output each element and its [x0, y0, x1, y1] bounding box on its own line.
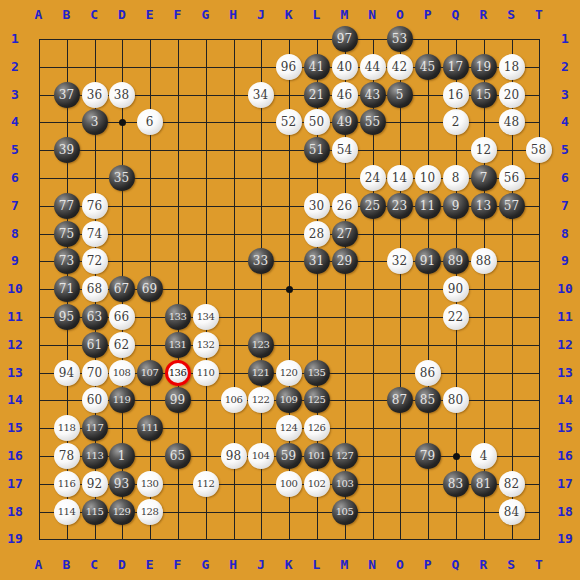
stone-Q6[interactable]: 8	[443, 165, 469, 191]
stone-N6[interactable]: 24	[360, 165, 386, 191]
stone-C18[interactable]: 115	[82, 499, 108, 525]
stone-K13[interactable]: 120	[276, 360, 302, 386]
column-label-P: P	[417, 7, 439, 23]
stone-K16[interactable]: 59	[276, 443, 302, 469]
stone-P16[interactable]: 79	[415, 443, 441, 469]
grid-line-vertical	[539, 39, 540, 540]
stone-P6[interactable]: 10	[415, 165, 441, 191]
row-label-11: 11	[551, 309, 579, 325]
column-label-R: R	[472, 557, 494, 573]
column-label-K: K	[278, 7, 300, 23]
column-label-A: A	[28, 557, 50, 573]
stone-E17[interactable]: 130	[137, 471, 163, 497]
column-label-R: R	[472, 7, 494, 23]
column-label-A: A	[28, 7, 50, 23]
column-label-D: D	[111, 557, 133, 573]
go-board-screen: ABCDEFGHJKLMNOPQRST ABCDEFGHJKLMNOPQRST …	[0, 0, 580, 580]
star-point-Q16	[453, 453, 460, 460]
stone-J12[interactable]: 123	[248, 332, 274, 358]
row-label-4: 4	[551, 114, 579, 130]
row-label-18: 18	[551, 504, 579, 520]
stone-F14[interactable]: 99	[165, 387, 191, 413]
row-label-7: 7	[1, 198, 29, 214]
stone-O3[interactable]: 5	[387, 82, 413, 108]
stone-B7[interactable]: 77	[54, 193, 80, 219]
row-label-6: 6	[1, 170, 29, 186]
row-label-2: 2	[551, 59, 579, 75]
stone-P7[interactable]: 11	[415, 193, 441, 219]
stone-B10[interactable]: 71	[54, 276, 80, 302]
row-label-13: 13	[551, 365, 579, 381]
stone-B16[interactable]: 78	[54, 443, 80, 469]
stone-D18[interactable]: 129	[109, 499, 135, 525]
stone-F13[interactable]: 136	[165, 360, 191, 386]
stone-M4[interactable]: 49	[332, 109, 358, 135]
column-label-K: K	[278, 557, 300, 573]
stone-C15[interactable]: 117	[82, 415, 108, 441]
stone-M8[interactable]: 27	[332, 221, 358, 247]
stone-P13[interactable]: 86	[415, 360, 441, 386]
stone-C13[interactable]: 70	[82, 360, 108, 386]
column-label-H: H	[222, 557, 244, 573]
stone-Q11[interactable]: 22	[443, 304, 469, 330]
stone-O6[interactable]: 14	[387, 165, 413, 191]
column-label-G: G	[194, 557, 216, 573]
stone-S6[interactable]: 56	[499, 165, 525, 191]
column-label-Q: Q	[445, 7, 467, 23]
stone-H14[interactable]: 106	[221, 387, 247, 413]
row-label-15: 15	[1, 420, 29, 436]
stone-Q2[interactable]: 17	[443, 54, 469, 80]
row-label-14: 14	[551, 392, 579, 408]
stone-M5[interactable]: 54	[332, 137, 358, 163]
row-label-3: 3	[1, 87, 29, 103]
stone-R9[interactable]: 88	[471, 248, 497, 274]
stone-O14[interactable]: 87	[387, 387, 413, 413]
stone-K14[interactable]: 109	[276, 387, 302, 413]
column-label-L: L	[306, 557, 328, 573]
column-label-T: T	[528, 7, 550, 23]
stone-S17[interactable]: 82	[499, 471, 525, 497]
stone-R5[interactable]: 12	[471, 137, 497, 163]
stone-B11[interactable]: 95	[54, 304, 80, 330]
column-label-B: B	[55, 7, 77, 23]
row-label-6: 6	[551, 170, 579, 186]
stone-S18[interactable]: 84	[499, 499, 525, 525]
grid-line-vertical	[400, 39, 401, 540]
column-label-M: M	[333, 7, 355, 23]
stone-K17[interactable]: 100	[276, 471, 302, 497]
stone-G13[interactable]: 110	[193, 360, 219, 386]
row-label-11: 11	[1, 309, 29, 325]
stone-Q3[interactable]: 16	[443, 82, 469, 108]
stone-Q7[interactable]: 9	[443, 193, 469, 219]
row-label-17: 17	[551, 476, 579, 492]
stone-C14[interactable]: 60	[82, 387, 108, 413]
stone-L13[interactable]: 135	[304, 360, 330, 386]
stone-C7[interactable]: 76	[82, 193, 108, 219]
column-label-S: S	[500, 557, 522, 573]
stone-R7[interactable]: 13	[471, 193, 497, 219]
stone-J14[interactable]: 122	[248, 387, 274, 413]
row-label-1: 1	[551, 31, 579, 47]
stone-R6[interactable]: 7	[471, 165, 497, 191]
stone-N7[interactable]: 25	[360, 193, 386, 219]
stone-S2[interactable]: 18	[499, 54, 525, 80]
stone-O2[interactable]: 42	[387, 54, 413, 80]
stone-L14[interactable]: 125	[304, 387, 330, 413]
stone-B9[interactable]: 73	[54, 248, 80, 274]
stone-B15[interactable]: 118	[54, 415, 80, 441]
column-label-J: J	[250, 557, 272, 573]
stone-H16[interactable]: 98	[221, 443, 247, 469]
stone-L8[interactable]: 28	[304, 221, 330, 247]
column-label-B: B	[55, 557, 77, 573]
row-label-4: 4	[1, 114, 29, 130]
stone-O1[interactable]: 53	[387, 26, 413, 52]
stone-C17[interactable]: 92	[82, 471, 108, 497]
column-label-E: E	[139, 7, 161, 23]
stone-G12[interactable]: 132	[193, 332, 219, 358]
stone-M16[interactable]: 127	[332, 443, 358, 469]
stone-S7[interactable]: 57	[499, 193, 525, 219]
stone-Q4[interactable]: 2	[443, 109, 469, 135]
stone-J9[interactable]: 33	[248, 248, 274, 274]
stone-C12[interactable]: 61	[82, 332, 108, 358]
row-label-10: 10	[1, 281, 29, 297]
stone-E18[interactable]: 128	[137, 499, 163, 525]
stone-O7[interactable]: 23	[387, 193, 413, 219]
column-label-D: D	[111, 7, 133, 23]
column-label-T: T	[528, 557, 550, 573]
row-label-19: 19	[551, 531, 579, 547]
stone-D13[interactable]: 108	[109, 360, 135, 386]
stone-F16[interactable]: 65	[165, 443, 191, 469]
row-label-19: 19	[1, 531, 29, 547]
stone-L15[interactable]: 126	[304, 415, 330, 441]
stone-L4[interactable]: 50	[304, 109, 330, 135]
row-label-3: 3	[551, 87, 579, 103]
stone-C11[interactable]: 63	[82, 304, 108, 330]
stone-B8[interactable]: 75	[54, 221, 80, 247]
row-label-7: 7	[551, 198, 579, 214]
stone-B18[interactable]: 114	[54, 499, 80, 525]
stone-F11[interactable]: 133	[165, 304, 191, 330]
column-label-H: H	[222, 7, 244, 23]
column-label-G: G	[194, 7, 216, 23]
stone-L16[interactable]: 101	[304, 443, 330, 469]
stone-S3[interactable]: 20	[499, 82, 525, 108]
stone-C3[interactable]: 36	[82, 82, 108, 108]
stone-L3[interactable]: 21	[304, 82, 330, 108]
row-label-15: 15	[551, 420, 579, 436]
column-label-N: N	[361, 557, 383, 573]
star-point-K10	[286, 286, 293, 293]
stone-J16[interactable]: 104	[248, 443, 274, 469]
row-label-14: 14	[1, 392, 29, 408]
stone-B3[interactable]: 37	[54, 82, 80, 108]
stone-S4[interactable]: 48	[499, 109, 525, 135]
stone-Q14[interactable]: 80	[443, 387, 469, 413]
stone-N4[interactable]: 55	[360, 109, 386, 135]
stone-K4[interactable]: 52	[276, 109, 302, 135]
row-label-10: 10	[551, 281, 579, 297]
stone-D17[interactable]: 93	[109, 471, 135, 497]
row-label-9: 9	[1, 253, 29, 269]
stone-C8[interactable]: 74	[82, 221, 108, 247]
column-label-O: O	[389, 557, 411, 573]
row-label-8: 8	[551, 226, 579, 242]
stone-D10[interactable]: 67	[109, 276, 135, 302]
stone-G11[interactable]: 134	[193, 304, 219, 330]
stone-M1[interactable]: 97	[332, 26, 358, 52]
stone-D16[interactable]: 1	[109, 443, 135, 469]
stone-Q17[interactable]: 83	[443, 471, 469, 497]
stone-N2[interactable]: 44	[360, 54, 386, 80]
stone-P9[interactable]: 91	[415, 248, 441, 274]
stone-M17[interactable]: 103	[332, 471, 358, 497]
stone-D12[interactable]: 62	[109, 332, 135, 358]
stone-Q9[interactable]: 89	[443, 248, 469, 274]
stone-M18[interactable]: 105	[332, 499, 358, 525]
stone-K2[interactable]: 96	[276, 54, 302, 80]
stone-F12[interactable]: 131	[165, 332, 191, 358]
stone-R2[interactable]: 19	[471, 54, 497, 80]
stone-M7[interactable]: 26	[332, 193, 358, 219]
stone-C10[interactable]: 68	[82, 276, 108, 302]
column-label-E: E	[139, 557, 161, 573]
stone-P14[interactable]: 85	[415, 387, 441, 413]
go-board[interactable]: 1234567891011121314151617181920212223242…	[39, 39, 540, 540]
stone-L17[interactable]: 102	[304, 471, 330, 497]
column-label-S: S	[500, 7, 522, 23]
stone-G17[interactable]: 112	[193, 471, 219, 497]
stone-B17[interactable]: 116	[54, 471, 80, 497]
column-label-C: C	[83, 557, 105, 573]
row-label-18: 18	[1, 504, 29, 520]
stone-E13[interactable]: 107	[137, 360, 163, 386]
column-label-F: F	[167, 557, 189, 573]
stone-D14[interactable]: 119	[109, 387, 135, 413]
stone-L5[interactable]: 51	[304, 137, 330, 163]
stone-C9[interactable]: 72	[82, 248, 108, 274]
stone-O9[interactable]: 32	[387, 248, 413, 274]
stone-J13[interactable]: 121	[248, 360, 274, 386]
stone-K15[interactable]: 124	[276, 415, 302, 441]
stone-M3[interactable]: 46	[332, 82, 358, 108]
row-label-17: 17	[1, 476, 29, 492]
row-label-5: 5	[551, 142, 579, 158]
column-label-C: C	[83, 7, 105, 23]
stone-B13[interactable]: 94	[54, 360, 80, 386]
stone-E4[interactable]: 6	[137, 109, 163, 135]
column-label-O: O	[389, 7, 411, 23]
star-point-D4	[119, 119, 126, 126]
column-label-F: F	[167, 7, 189, 23]
stone-C4[interactable]: 3	[82, 109, 108, 135]
stone-R3[interactable]: 15	[471, 82, 497, 108]
stone-C16[interactable]: 113	[82, 443, 108, 469]
row-label-16: 16	[551, 448, 579, 464]
stone-L7[interactable]: 30	[304, 193, 330, 219]
row-label-5: 5	[1, 142, 29, 158]
stone-R17[interactable]: 81	[471, 471, 497, 497]
row-label-13: 13	[1, 365, 29, 381]
row-label-1: 1	[1, 31, 29, 47]
stone-P2[interactable]: 45	[415, 54, 441, 80]
stone-Q10[interactable]: 90	[443, 276, 469, 302]
stone-J3[interactable]: 34	[248, 82, 274, 108]
stone-R16[interactable]: 4	[471, 443, 497, 469]
row-label-12: 12	[1, 337, 29, 353]
column-label-L: L	[306, 7, 328, 23]
column-label-Q: Q	[445, 557, 467, 573]
stone-L9[interactable]: 31	[304, 248, 330, 274]
grid-line-horizontal	[39, 539, 540, 540]
row-label-16: 16	[1, 448, 29, 464]
row-label-9: 9	[551, 253, 579, 269]
row-label-12: 12	[551, 337, 579, 353]
stone-N3[interactable]: 43	[360, 82, 386, 108]
stone-D11[interactable]: 66	[109, 304, 135, 330]
stone-E15[interactable]: 111	[137, 415, 163, 441]
stone-B5[interactable]: 39	[54, 137, 80, 163]
column-label-J: J	[250, 7, 272, 23]
stone-L2[interactable]: 41	[304, 54, 330, 80]
stone-T5[interactable]: 58	[526, 137, 552, 163]
stone-D3[interactable]: 38	[109, 82, 135, 108]
row-label-8: 8	[1, 226, 29, 242]
stone-M2[interactable]: 40	[332, 54, 358, 80]
column-label-N: N	[361, 7, 383, 23]
column-label-P: P	[417, 557, 439, 573]
row-label-2: 2	[1, 59, 29, 75]
stone-D6[interactable]: 35	[109, 165, 135, 191]
stone-E10[interactable]: 69	[137, 276, 163, 302]
stone-M9[interactable]: 29	[332, 248, 358, 274]
column-label-M: M	[333, 557, 355, 573]
